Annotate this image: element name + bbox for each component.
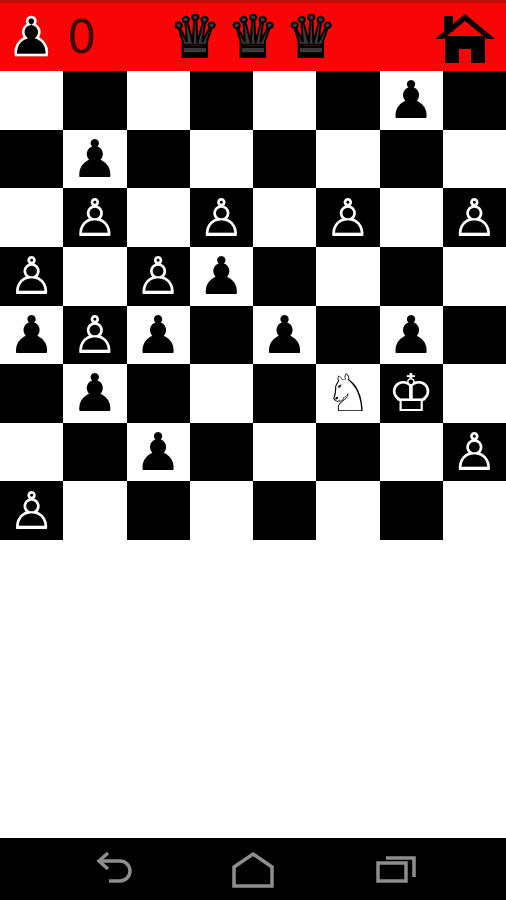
- piece-white-pawn: ♙: [451, 426, 498, 478]
- square-b5[interactable]: [63, 247, 126, 306]
- square-h5[interactable]: [443, 247, 506, 306]
- square-e7[interactable]: [253, 130, 316, 189]
- black-queen-icon: ♛: [227, 4, 279, 70]
- square-a5[interactable]: ♙: [0, 247, 63, 306]
- square-f3[interactable]: ♘: [316, 364, 379, 423]
- square-h1[interactable]: [443, 481, 506, 540]
- home-icon: [434, 6, 496, 68]
- square-h8[interactable]: [443, 71, 506, 130]
- square-g5[interactable]: [380, 247, 443, 306]
- square-c1[interactable]: [127, 481, 190, 540]
- score-value: 0: [67, 5, 96, 69]
- square-a6[interactable]: [0, 188, 63, 247]
- back-button[interactable]: [83, 847, 139, 891]
- square-d7[interactable]: [190, 130, 253, 189]
- piece-black-pawn: ♟: [261, 309, 308, 361]
- square-b2[interactable]: [63, 423, 126, 482]
- piece-black-pawn: ♟: [72, 133, 119, 185]
- piece-black-pawn: ♟: [388, 309, 435, 361]
- square-a2[interactable]: [0, 423, 63, 482]
- captured-queens: ♛ ♛ ♛: [169, 3, 337, 71]
- square-f1[interactable]: [316, 481, 379, 540]
- home-button-nav[interactable]: [225, 847, 281, 891]
- piece-black-pawn: ♟: [198, 250, 245, 302]
- square-e8[interactable]: [253, 71, 316, 130]
- piece-white-king: ♔: [388, 367, 435, 419]
- chess-board: ♟♟♙♙♙♙♙♙♟♟♙♟♟♟♟♘♔♟♙♙: [0, 71, 506, 540]
- square-g7[interactable]: [380, 130, 443, 189]
- square-e2[interactable]: [253, 423, 316, 482]
- piece-black-pawn: ♟: [388, 74, 435, 126]
- square-c4[interactable]: ♟: [127, 306, 190, 365]
- square-b1[interactable]: [63, 481, 126, 540]
- score-pawn-icon: ♟: [8, 4, 55, 70]
- square-d3[interactable]: [190, 364, 253, 423]
- square-e3[interactable]: [253, 364, 316, 423]
- piece-black-pawn: ♟: [72, 367, 119, 419]
- square-d6[interactable]: ♙: [190, 188, 253, 247]
- square-e4[interactable]: ♟: [253, 306, 316, 365]
- piece-white-pawn: ♙: [72, 309, 119, 361]
- piece-white-pawn: ♙: [8, 485, 55, 537]
- square-b6[interactable]: ♙: [63, 188, 126, 247]
- square-e6[interactable]: [253, 188, 316, 247]
- square-f8[interactable]: [316, 71, 379, 130]
- square-a4[interactable]: ♟: [0, 306, 63, 365]
- square-d1[interactable]: [190, 481, 253, 540]
- home-icon: [228, 849, 278, 889]
- square-d4[interactable]: [190, 306, 253, 365]
- square-g8[interactable]: ♟: [380, 71, 443, 130]
- square-d8[interactable]: [190, 71, 253, 130]
- black-queen-icon: ♛: [285, 4, 337, 70]
- square-c3[interactable]: [127, 364, 190, 423]
- square-d2[interactable]: [190, 423, 253, 482]
- square-g1[interactable]: [380, 481, 443, 540]
- square-b3[interactable]: ♟: [63, 364, 126, 423]
- square-c8[interactable]: [127, 71, 190, 130]
- square-h4[interactable]: [443, 306, 506, 365]
- piece-white-knight: ♘: [325, 367, 372, 419]
- back-icon: [87, 849, 135, 889]
- square-a8[interactable]: [0, 71, 63, 130]
- piece-white-pawn: ♙: [198, 192, 245, 244]
- square-c6[interactable]: [127, 188, 190, 247]
- piece-white-pawn: ♙: [72, 192, 119, 244]
- square-f5[interactable]: [316, 247, 379, 306]
- square-g3[interactable]: ♔: [380, 364, 443, 423]
- recents-icon: [372, 849, 418, 889]
- square-b7[interactable]: ♟: [63, 130, 126, 189]
- piece-black-pawn: ♟: [135, 309, 182, 361]
- android-nav-bar: [0, 838, 506, 900]
- piece-black-pawn: ♟: [8, 309, 55, 361]
- square-e1[interactable]: [253, 481, 316, 540]
- square-h2[interactable]: ♙: [443, 423, 506, 482]
- square-b8[interactable]: [63, 71, 126, 130]
- square-h7[interactable]: [443, 130, 506, 189]
- square-h3[interactable]: [443, 364, 506, 423]
- piece-black-pawn: ♟: [135, 426, 182, 478]
- square-f4[interactable]: [316, 306, 379, 365]
- piece-white-pawn: ♙: [135, 250, 182, 302]
- square-a1[interactable]: ♙: [0, 481, 63, 540]
- square-a3[interactable]: [0, 364, 63, 423]
- home-button[interactable]: [434, 6, 496, 68]
- black-queen-icon: ♛: [169, 4, 221, 70]
- square-g4[interactable]: ♟: [380, 306, 443, 365]
- piece-white-pawn: ♙: [8, 250, 55, 302]
- square-c2[interactable]: ♟: [127, 423, 190, 482]
- square-g2[interactable]: [380, 423, 443, 482]
- square-c5[interactable]: ♙: [127, 247, 190, 306]
- square-e5[interactable]: [253, 247, 316, 306]
- recents-button[interactable]: [367, 847, 423, 891]
- square-d5[interactable]: ♟: [190, 247, 253, 306]
- square-h6[interactable]: ♙: [443, 188, 506, 247]
- square-f6[interactable]: ♙: [316, 188, 379, 247]
- square-b4[interactable]: ♙: [63, 306, 126, 365]
- square-a7[interactable]: [0, 130, 63, 189]
- square-c7[interactable]: [127, 130, 190, 189]
- piece-white-pawn: ♙: [325, 192, 372, 244]
- app-header: ♟ 0 ♛ ♛ ♛: [0, 0, 506, 71]
- square-f2[interactable]: [316, 423, 379, 482]
- piece-white-pawn: ♙: [451, 192, 498, 244]
- square-g6[interactable]: [380, 188, 443, 247]
- square-f7[interactable]: [316, 130, 379, 189]
- content-area: [0, 540, 506, 838]
